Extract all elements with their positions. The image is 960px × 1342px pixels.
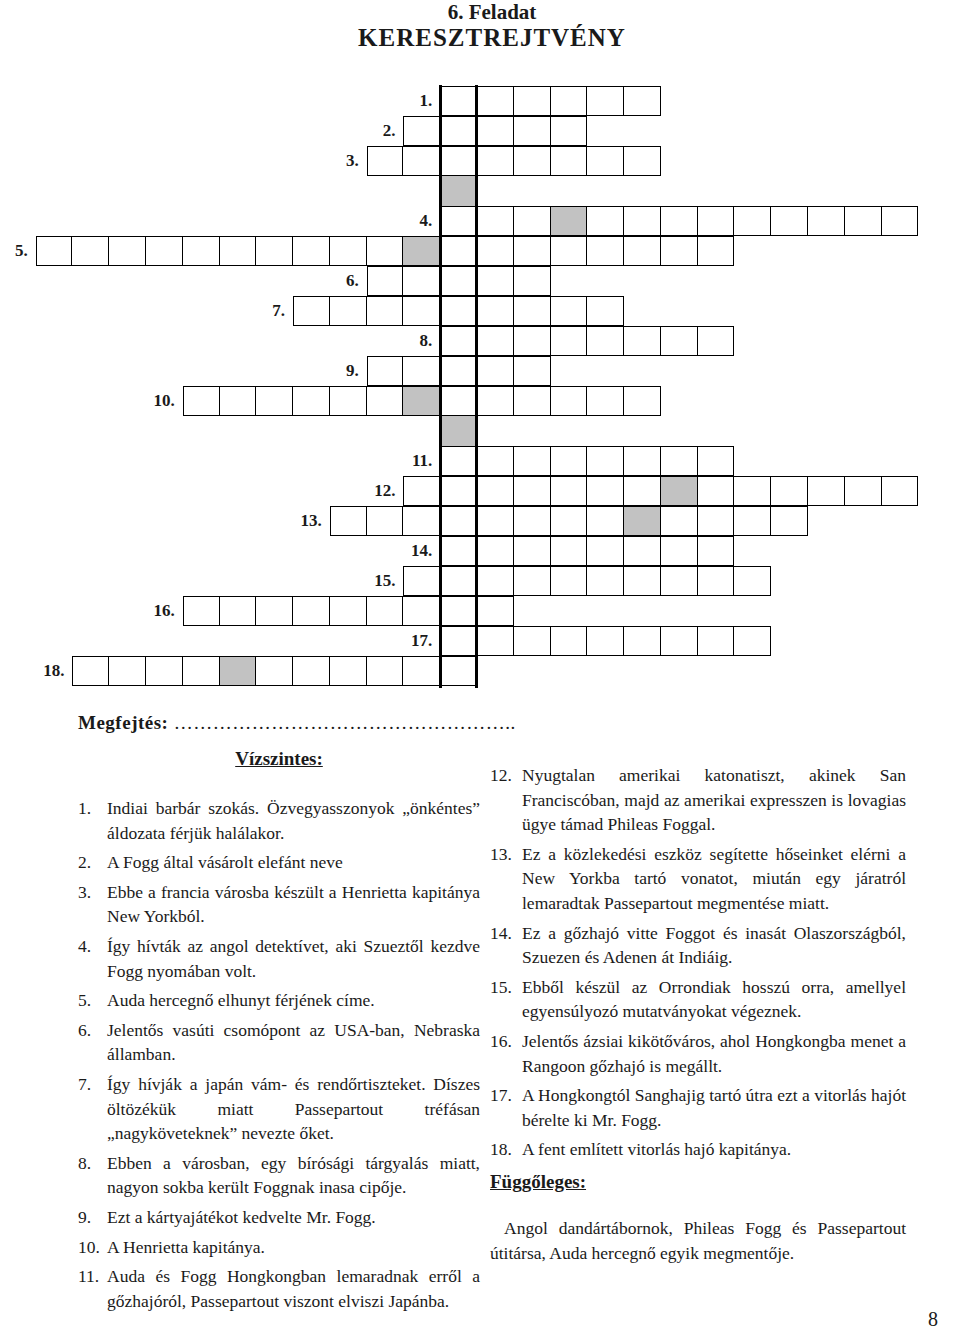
cell-r6-c2[interactable] [514, 266, 551, 296]
cell-r16-c6[interactable] [661, 566, 698, 596]
crossword-grid: 1.2.3.4.5.6.7.8.9.10.11.12.13.14.15.16.1… [0, 0, 960, 700]
cell-r0-c1[interactable] [477, 86, 514, 116]
cell-r1-c-1[interactable] [403, 116, 440, 146]
cell-r15-c3[interactable] [551, 536, 588, 566]
cell-r18-c0[interactable] [440, 626, 477, 656]
row-number-label-3: 3. [307, 146, 359, 176]
clue-text: Így hívták az angol detektívet, aki Szue… [107, 936, 480, 981]
cell-r19-c-7[interactable] [183, 656, 220, 686]
cell-r18-c5[interactable] [624, 626, 661, 656]
clue-number: 3. [78, 880, 91, 905]
clue-number: 12. [490, 763, 512, 788]
cell-r17-c-6[interactable] [220, 596, 257, 626]
row-number-label-14: 14. [380, 536, 432, 566]
cell-r8-c6[interactable] [661, 326, 698, 356]
cell-r5-c-6[interactable] [220, 236, 257, 266]
clue-across-15: 15.Ebből készül az Orrondiak hosszú orra… [490, 975, 906, 1024]
cell-r10-c-7[interactable] [183, 386, 220, 416]
row-number-label-18: 18. [12, 656, 64, 686]
cell-r4-c4[interactable] [587, 206, 624, 236]
cell-r18-c7[interactable] [698, 626, 735, 656]
cell-r4-c7[interactable] [698, 206, 735, 236]
cell-r17-c-4[interactable] [293, 596, 330, 626]
cell-r7-c4[interactable] [587, 296, 624, 326]
across-clues-column: Vízszintes: 1.Indiai barbár szokás. Özve… [78, 747, 480, 1318]
clue-text: A fent említett vitorlás hajó kapitánya. [522, 1139, 791, 1159]
cell-r18-c8[interactable] [734, 626, 771, 656]
clue-text: Jelentős ázsiai kikötőváros, ahol Hongko… [522, 1031, 906, 1076]
cell-r4-c1[interactable] [477, 206, 514, 236]
solution-line: Megfejtés: …………………………………………….. [78, 712, 516, 734]
cell-r6-c-1[interactable] [403, 266, 440, 296]
clue-across-12: 12.Nyugtalan amerikai katonatiszt, akine… [490, 763, 906, 837]
cell-r10-c-1[interactable] [403, 386, 440, 416]
cell-r7-c1[interactable] [477, 296, 514, 326]
cell-r7-c-4[interactable] [293, 296, 330, 326]
cell-r2-c5[interactable] [624, 146, 661, 176]
cell-r14-c7[interactable] [698, 506, 735, 536]
cell-r12-c6[interactable] [661, 446, 698, 476]
cell-r9-c-2[interactable] [367, 356, 404, 386]
cell-r12-c3[interactable] [551, 446, 588, 476]
clue-number: 13. [490, 842, 512, 867]
cell-r2-c4[interactable] [587, 146, 624, 176]
cell-r10-c0[interactable] [440, 386, 477, 416]
clue-across-9: 9.Ezt a kártyajátékot kedvelte Mr. Fogg. [78, 1205, 480, 1230]
cell-r1-c0[interactable] [440, 116, 477, 146]
cell-r1-c3[interactable] [551, 116, 588, 146]
row-number-label-4: 4. [380, 206, 432, 236]
row-number-label-15: 15. [343, 566, 395, 596]
cell-r12-c5[interactable] [624, 446, 661, 476]
cell-r19-c-2[interactable] [367, 656, 404, 686]
down-heading: Függőleges: [490, 1170, 906, 1194]
clue-text: A Hongkongtól Sanghajig tartó útra ezt a… [522, 1085, 906, 1130]
clue-across-14: 14.Ez a gőzhajó vitte Foggot és inasát O… [490, 921, 906, 970]
cell-r16-c2[interactable] [514, 566, 551, 596]
cell-r17-c-5[interactable] [256, 596, 293, 626]
clue-number: 16. [490, 1029, 512, 1054]
cell-r19-c-5[interactable] [256, 656, 293, 686]
cell-r17-c-7[interactable] [183, 596, 220, 626]
clue-text: A Fogg által vásárolt elefánt neve [107, 852, 343, 872]
cell-r10-c-6[interactable] [220, 386, 257, 416]
cell-r2-c-2[interactable] [367, 146, 404, 176]
row-number-label-10: 10. [123, 386, 175, 416]
clue-text: Auda hercegnő elhunyt férjének címe. [107, 990, 375, 1010]
cell-r2-c-1[interactable] [403, 146, 440, 176]
clue-across-4: 4.Így hívták az angol detektívet, aki Sz… [78, 934, 480, 983]
clue-number: 5. [78, 988, 91, 1013]
cell-r19-c-3[interactable] [330, 656, 367, 686]
cell-r17-c-2[interactable] [367, 596, 404, 626]
cell-r14-c-2[interactable] [367, 506, 404, 536]
cell-r5-c-7[interactable] [183, 236, 220, 266]
cell-r2-c3[interactable] [551, 146, 588, 176]
cell-r15-c2[interactable] [514, 536, 551, 566]
cell-r5-c3[interactable] [551, 236, 588, 266]
clue-text: A Henrietta kapitánya. [107, 1237, 265, 1257]
cell-r4-c11[interactable] [845, 206, 882, 236]
cell-r14-c5[interactable] [624, 506, 661, 536]
row-number-label-9: 9. [307, 356, 359, 386]
cell-r10-c-3[interactable] [330, 386, 367, 416]
row-number-label-17: 17. [380, 626, 432, 656]
cell-r5-c2[interactable] [514, 236, 551, 266]
cell-r13-c11[interactable] [845, 476, 882, 506]
cell-r16-c8[interactable] [734, 566, 771, 596]
page-number: 8 [0, 1308, 938, 1331]
cell-r5-c5[interactable] [624, 236, 661, 266]
cell-r13-c2[interactable] [514, 476, 551, 506]
cell-r13-c0[interactable] [440, 476, 477, 506]
cell-r19-c-6[interactable] [220, 656, 257, 686]
cell-r4-c6[interactable] [661, 206, 698, 236]
cell-r19-c-8[interactable] [146, 656, 183, 686]
row-number-label-2: 2. [343, 116, 395, 146]
clue-across-17: 17.A Hongkongtól Sanghajig tartó útra ez… [490, 1083, 906, 1132]
cell-r15-c7[interactable] [698, 536, 735, 566]
cell-r12-c0[interactable] [440, 446, 477, 476]
cell-r2-c0[interactable] [440, 146, 477, 176]
cell-r19-c0[interactable] [440, 656, 477, 686]
cell-r8-c7[interactable] [698, 326, 735, 356]
cell-r16-c5[interactable] [624, 566, 661, 596]
cell-r8-c0[interactable] [440, 326, 477, 356]
row-number-label-12: 12. [343, 476, 395, 506]
cell-r15-c4[interactable] [587, 536, 624, 566]
cell-r12-c7[interactable] [698, 446, 735, 476]
cell-r18-c3[interactable] [551, 626, 588, 656]
cell-r10-c1[interactable] [477, 386, 514, 416]
clue-across-10: 10.A Henrietta kapitánya. [78, 1235, 480, 1260]
clue-text: Nyugtalan amerikai katonatiszt, akinek S… [522, 765, 906, 834]
cell-r5-c-9[interactable] [109, 236, 146, 266]
cell-r13-c10[interactable] [808, 476, 845, 506]
clue-text: Ez a gőzhajó vitte Foggot és inasát Olas… [522, 923, 906, 968]
cell-r10-c3[interactable] [551, 386, 588, 416]
cell-r13-c12[interactable] [882, 476, 919, 506]
cell-r12-c2[interactable] [514, 446, 551, 476]
cell-r0-c3[interactable] [551, 86, 588, 116]
cell-r4-c5[interactable] [624, 206, 661, 236]
cell-r14-c2[interactable] [514, 506, 551, 536]
clue-across-6: 6.Jelentős vasúti csomópont az USA-ban, … [78, 1018, 480, 1067]
row-number-label-1: 1. [380, 86, 432, 116]
cell-r15-c5[interactable] [624, 536, 661, 566]
clue-number: 7. [78, 1072, 91, 1097]
cell-r5-c-11[interactable] [36, 236, 73, 266]
cell-r13-c9[interactable] [771, 476, 808, 506]
cell-r18-c2[interactable] [514, 626, 551, 656]
clue-number: 11. [78, 1264, 99, 1289]
row-number-label-11: 11. [380, 446, 432, 476]
clue-text: Ebből készül az Orrondiak hosszú orra, a… [522, 977, 906, 1022]
cell-r8-c2[interactable] [514, 326, 551, 356]
solution-dotted-blank[interactable]: …………………………………………….. [174, 712, 516, 733]
clue-text: Ebbe a francia városba készült a Henriet… [107, 882, 480, 927]
clue-number: 18. [490, 1137, 512, 1162]
cell-r7-c0[interactable] [440, 296, 477, 326]
cell-r14-c8[interactable] [734, 506, 771, 536]
cell-r13-c8[interactable] [734, 476, 771, 506]
cell-r17-c0[interactable] [440, 596, 477, 626]
cell-r5-c7[interactable] [698, 236, 735, 266]
cell-r5-c4[interactable] [587, 236, 624, 266]
cell-r6-c1[interactable] [477, 266, 514, 296]
solution-label: Megfejtés: [78, 712, 168, 733]
cell-r0-c0[interactable] [440, 86, 477, 116]
clue-number: 15. [490, 975, 512, 1000]
across-heading: Vízszintes: [78, 747, 480, 771]
cell-r19-c-10[interactable] [72, 656, 109, 686]
cell-r5-c-4[interactable] [293, 236, 330, 266]
clue-across-2: 2.A Fogg által vásárolt elefánt neve [78, 850, 480, 875]
cell-r14-c-3[interactable] [330, 506, 367, 536]
cell-r4-c8[interactable] [734, 206, 771, 236]
cell-r15-c1[interactable] [477, 536, 514, 566]
cell-r1-c1[interactable] [477, 116, 514, 146]
cell-r17-c-3[interactable] [330, 596, 367, 626]
cell-r4-c3[interactable] [551, 206, 588, 236]
across-clues-1-11: 1.Indiai barbár szokás. Özvegyasszonyok … [78, 796, 480, 1313]
clue-text: Ez a közlekedési eszköz segítette hősein… [522, 844, 906, 913]
cell-r17-c1[interactable] [477, 596, 514, 626]
clue-across-11: 11.Auda és Fogg Hongkongban lemaradnak e… [78, 1264, 480, 1313]
cell-r9-c2[interactable] [514, 356, 551, 386]
cell-r13-c-1[interactable] [403, 476, 440, 506]
clue-across-7: 7.Így hívják a japán vám- és rendőrtiszt… [78, 1072, 480, 1146]
cell-r14-c-1[interactable] [403, 506, 440, 536]
cell-r12-c4[interactable] [587, 446, 624, 476]
cell-r18-c1[interactable] [477, 626, 514, 656]
cell-r5-c6[interactable] [661, 236, 698, 266]
cell-r10-c4[interactable] [587, 386, 624, 416]
cell-r10-c-4[interactable] [293, 386, 330, 416]
row-number-label-13: 13. [270, 506, 322, 536]
cell-r14-c6[interactable] [661, 506, 698, 536]
row-number-label-7: 7. [233, 296, 285, 326]
row-number-label-16: 16. [123, 596, 175, 626]
cell-r19-c-1[interactable] [403, 656, 440, 686]
row-number-label-8: 8. [380, 326, 432, 356]
cell-r18-c6[interactable] [661, 626, 698, 656]
cell-r19-c-9[interactable] [109, 656, 146, 686]
cell-r13-c7[interactable] [698, 476, 735, 506]
across-clues-12-18: 12.Nyugtalan amerikai katonatiszt, akine… [490, 763, 906, 1162]
cell-r15-c6[interactable] [661, 536, 698, 566]
right-clues-column: 12.Nyugtalan amerikai katonatiszt, akine… [490, 763, 906, 1270]
cell-r7-c3[interactable] [551, 296, 588, 326]
cell-r16-c1[interactable] [477, 566, 514, 596]
clue-down-1: Angol dandártábornok, Phileas Fogg és Pa… [490, 1216, 906, 1265]
cell-r8-c4[interactable] [587, 326, 624, 356]
cell-r0-c4[interactable] [587, 86, 624, 116]
cell-r14-c9[interactable] [771, 506, 808, 536]
clue-across-18: 18.A fent említett vitorlás hajó kapitán… [490, 1137, 906, 1162]
clue-number: 4. [78, 934, 91, 959]
clue-text: Indiai barbár szokás. Özvegyasszonyok „ö… [107, 798, 480, 843]
clue-number: 9. [78, 1205, 91, 1230]
clue-text: Auda és Fogg Hongkongban lemaradnak errő… [107, 1266, 480, 1311]
clue-number: 2. [78, 850, 91, 875]
cell-r5-c0[interactable] [440, 236, 477, 266]
clue-across-1: 1.Indiai barbár szokás. Özvegyasszonyok … [78, 796, 480, 845]
cell-r4-c2[interactable] [514, 206, 551, 236]
cell-r4-c9[interactable] [771, 206, 808, 236]
cell-r5-c1[interactable] [477, 236, 514, 266]
cell-r3-c0[interactable] [440, 176, 477, 206]
clue-number: 10. [78, 1235, 100, 1260]
cell-r4-c0[interactable] [440, 206, 477, 236]
clue-text: Ebben a városban, egy bírósági tárgyalás… [107, 1153, 480, 1198]
cell-r7-c-1[interactable] [403, 296, 440, 326]
cell-r14-c4[interactable] [587, 506, 624, 536]
cell-r13-c5[interactable] [624, 476, 661, 506]
cell-r16-c0[interactable] [440, 566, 477, 596]
cell-r17-c-1[interactable] [403, 596, 440, 626]
clue-text: Ezt a kártyajátékot kedvelte Mr. Fogg. [107, 1207, 376, 1227]
cell-r16-c-1[interactable] [403, 566, 440, 596]
clue-number: 6. [78, 1018, 91, 1043]
cell-r16-c3[interactable] [551, 566, 588, 596]
cell-r18-c4[interactable] [587, 626, 624, 656]
cell-r5-c-3[interactable] [330, 236, 367, 266]
clue-number: 17. [490, 1083, 512, 1108]
clue-across-8: 8.Ebben a városban, egy bírósági tárgyal… [78, 1151, 480, 1200]
cell-r7-c-2[interactable] [367, 296, 404, 326]
cell-r2-c2[interactable] [514, 146, 551, 176]
cell-r14-c1[interactable] [477, 506, 514, 536]
cell-r15-c0[interactable] [440, 536, 477, 566]
cell-r11-c0[interactable] [440, 416, 477, 446]
cell-r2-c1[interactable] [477, 146, 514, 176]
cell-r19-c-4[interactable] [293, 656, 330, 686]
cell-r9-c0[interactable] [440, 356, 477, 386]
clue-number: 14. [490, 921, 512, 946]
cell-r0-c5[interactable] [624, 86, 661, 116]
cell-r14-c0[interactable] [440, 506, 477, 536]
cell-r6-c0[interactable] [440, 266, 477, 296]
clue-across-3: 3.Ebbe a francia városba készült a Henri… [78, 880, 480, 929]
cell-r9-c1[interactable] [477, 356, 514, 386]
cell-r5-c-8[interactable] [146, 236, 183, 266]
cell-r12-c1[interactable] [477, 446, 514, 476]
clue-text: Így hívják a japán vám- és rendőrtisztek… [107, 1074, 480, 1143]
row-number-label-5: 5. [0, 236, 28, 266]
cell-r13-c6[interactable] [661, 476, 698, 506]
cell-r14-c3[interactable] [551, 506, 588, 536]
cell-r13-c1[interactable] [477, 476, 514, 506]
cell-r0-c2[interactable] [514, 86, 551, 116]
cell-r16-c7[interactable] [698, 566, 735, 596]
cell-r4-c12[interactable] [882, 206, 919, 236]
cell-r7-c2[interactable] [514, 296, 551, 326]
row-number-label-6: 6. [307, 266, 359, 296]
clue-across-16: 16.Jelentős ázsiai kikötőváros, ahol Hon… [490, 1029, 906, 1078]
cell-r5-c-1[interactable] [403, 236, 440, 266]
cell-r10-c-2[interactable] [367, 386, 404, 416]
clue-text: Jelentős vasúti csomópont az USA-ban, Ne… [107, 1020, 480, 1065]
cell-r9-c-1[interactable] [403, 356, 440, 386]
cell-r8-c1[interactable] [477, 326, 514, 356]
cell-r4-c10[interactable] [808, 206, 845, 236]
clue-across-5: 5.Auda hercegnő elhunyt férjének címe. [78, 988, 480, 1013]
cell-r5-c-10[interactable] [72, 236, 109, 266]
cell-r13-c4[interactable] [587, 476, 624, 506]
cell-r6-c-2[interactable] [367, 266, 404, 296]
cell-r10-c-5[interactable] [256, 386, 293, 416]
clue-across-13: 13.Ez a közlekedési eszköz segítette hős… [490, 842, 906, 916]
cell-r16-c4[interactable] [587, 566, 624, 596]
cell-r13-c3[interactable] [551, 476, 588, 506]
clue-number: 1. [78, 796, 91, 821]
cell-r7-c-3[interactable] [330, 296, 367, 326]
cell-r10-c5[interactable] [624, 386, 661, 416]
cell-r10-c2[interactable] [514, 386, 551, 416]
cell-r5-c-2[interactable] [367, 236, 404, 266]
cell-r5-c-5[interactable] [256, 236, 293, 266]
cell-r1-c2[interactable] [514, 116, 551, 146]
clue-number: 8. [78, 1151, 91, 1176]
cell-r8-c5[interactable] [624, 326, 661, 356]
cell-r8-c3[interactable] [551, 326, 588, 356]
